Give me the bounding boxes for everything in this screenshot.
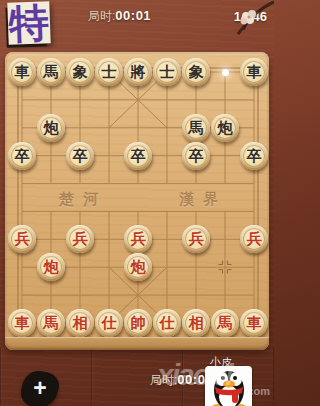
board-piece-black-卒[interactable]: 卒 xyxy=(8,142,36,170)
qq-penguin-icon xyxy=(209,368,249,406)
piece-character: 馬 xyxy=(44,61,59,83)
board-piece-black-士[interactable]: 士 xyxy=(153,58,181,86)
last-move-origin-dot xyxy=(222,69,229,76)
piece-face: 馬 xyxy=(214,312,236,334)
board-piece-red-相[interactable]: 相 xyxy=(66,309,94,337)
piece-face: 象 xyxy=(69,61,91,83)
xiangqi-app: { "game": "xiangqi", "position": { "fen"… xyxy=(0,0,274,406)
piece-character: 炮 xyxy=(44,116,59,138)
piece-character: 相 xyxy=(73,312,88,334)
piece-character: 車 xyxy=(15,312,30,334)
piece-character: 兵 xyxy=(189,228,204,250)
piece-face: 兵 xyxy=(69,228,91,250)
board-piece-red-帥[interactable]: 帥 xyxy=(124,309,152,337)
board-piece-red-仕[interactable]: 仕 xyxy=(95,309,123,337)
piece-character: 相 xyxy=(189,312,204,334)
piece-face: 仕 xyxy=(98,312,120,334)
piece-character: 兵 xyxy=(73,228,88,250)
piece-face: 車 xyxy=(243,61,265,83)
board-grid-lines xyxy=(5,52,269,350)
board-piece-black-卒[interactable]: 卒 xyxy=(240,142,268,170)
piece-character: 卒 xyxy=(15,144,30,166)
board-piece-black-象[interactable]: 象 xyxy=(182,58,210,86)
piece-face: 卒 xyxy=(185,145,207,167)
board-piece-red-車[interactable]: 車 xyxy=(8,309,36,337)
piece-character: 兵 xyxy=(247,228,262,250)
piece-face: 車 xyxy=(11,312,33,334)
piece-character: 馬 xyxy=(44,312,59,334)
opponent-clock-value: 00:01 xyxy=(115,8,151,23)
piece-face: 帥 xyxy=(127,312,149,334)
player-game-clock: 局时:00:06 xyxy=(150,372,213,389)
board-piece-black-馬[interactable]: 馬 xyxy=(37,58,65,86)
piece-face: 士 xyxy=(156,61,178,83)
board-piece-black-炮[interactable]: 炮 xyxy=(211,114,239,142)
board-wood-grain xyxy=(5,52,269,350)
piece-character: 仕 xyxy=(102,312,117,334)
cannon-point-marker xyxy=(217,259,233,275)
board-piece-black-士[interactable]: 士 xyxy=(95,58,123,86)
river-label-han-jie: 漢界 xyxy=(179,190,227,209)
board-piece-black-車[interactable]: 車 xyxy=(240,58,268,86)
rank-badge: 特 xyxy=(7,1,50,44)
piece-character: 卒 xyxy=(189,144,204,166)
board-piece-black-將[interactable]: 將 xyxy=(124,58,152,86)
piece-character: 象 xyxy=(73,61,88,83)
piece-face: 相 xyxy=(69,312,91,334)
piece-character: 車 xyxy=(15,61,30,83)
board-piece-black-馬[interactable]: 馬 xyxy=(182,114,210,142)
board-front-edge xyxy=(5,337,269,350)
player-avatar[interactable] xyxy=(205,366,252,406)
piece-face: 兵 xyxy=(127,228,149,250)
piece-character: 炮 xyxy=(131,256,146,278)
board-piece-red-兵[interactable]: 兵 xyxy=(240,225,268,253)
board-piece-red-仕[interactable]: 仕 xyxy=(153,309,181,337)
piece-character: 車 xyxy=(247,61,262,83)
piece-character: 馬 xyxy=(189,116,204,138)
piece-face: 卒 xyxy=(11,145,33,167)
piece-face: 炮 xyxy=(127,256,149,278)
piece-character: 兵 xyxy=(131,228,146,250)
piece-character: 馬 xyxy=(218,312,233,334)
opponent-game-clock: 局时:00:01 xyxy=(88,8,151,25)
river-label-chu-he: 楚河 xyxy=(59,190,107,209)
piece-face: 象 xyxy=(185,61,207,83)
board-piece-red-馬[interactable]: 馬 xyxy=(37,309,65,337)
board-piece-black-卒[interactable]: 卒 xyxy=(66,142,94,170)
rank-badge-character: 特 xyxy=(8,1,49,44)
board-piece-black-卒[interactable]: 卒 xyxy=(124,142,152,170)
piece-face: 馬 xyxy=(40,312,62,334)
piece-character: 卒 xyxy=(73,144,88,166)
opponent-clock-label: 局时: xyxy=(88,9,115,23)
piece-face: 馬 xyxy=(40,61,62,83)
board-piece-red-兵[interactable]: 兵 xyxy=(66,225,94,253)
board-piece-black-車[interactable]: 車 xyxy=(8,58,36,86)
board-piece-black-象[interactable]: 象 xyxy=(66,58,94,86)
piece-face: 卒 xyxy=(243,145,265,167)
add-button[interactable]: + xyxy=(22,371,58,406)
piece-character: 將 xyxy=(131,61,146,83)
board-piece-red-車[interactable]: 車 xyxy=(240,309,268,337)
piece-character: 車 xyxy=(247,312,262,334)
piece-character: 仕 xyxy=(160,312,175,334)
board-piece-black-卒[interactable]: 卒 xyxy=(182,142,210,170)
piece-face: 車 xyxy=(11,61,33,83)
piece-face: 炮 xyxy=(40,256,62,278)
piece-character: 士 xyxy=(160,61,175,83)
piece-face: 車 xyxy=(243,312,265,334)
piece-character: 士 xyxy=(102,61,117,83)
piece-face: 相 xyxy=(185,312,207,334)
board-piece-red-兵[interactable]: 兵 xyxy=(8,225,36,253)
piece-face: 仕 xyxy=(156,312,178,334)
piece-face: 炮 xyxy=(214,117,236,139)
piece-face: 馬 xyxy=(185,117,207,139)
board-piece-red-兵[interactable]: 兵 xyxy=(182,225,210,253)
xiangqi-board[interactable]: 楚河 漢界 車馬象士將士象車炮馬炮卒卒卒卒卒兵兵兵兵兵炮炮車馬相仕帥仕相馬車 xyxy=(5,52,269,350)
board-piece-red-兵[interactable]: 兵 xyxy=(124,225,152,253)
piece-character: 兵 xyxy=(15,228,30,250)
plus-icon: + xyxy=(33,377,46,400)
piece-character: 象 xyxy=(189,61,204,83)
piece-face: 將 xyxy=(127,61,149,83)
board-piece-red-炮[interactable]: 炮 xyxy=(124,253,152,281)
board-piece-red-炮[interactable]: 炮 xyxy=(37,253,65,281)
board-piece-red-相[interactable]: 相 xyxy=(182,309,210,337)
board-piece-black-炮[interactable]: 炮 xyxy=(37,114,65,142)
system-time: 14:46 xyxy=(234,9,267,24)
piece-character: 帥 xyxy=(131,312,146,334)
piece-character: 卒 xyxy=(247,144,262,166)
piece-character: 炮 xyxy=(218,116,233,138)
piece-face: 卒 xyxy=(69,145,91,167)
player-clock-label: 局时: xyxy=(150,373,177,387)
piece-face: 兵 xyxy=(185,228,207,250)
piece-character: 卒 xyxy=(131,144,146,166)
piece-face: 士 xyxy=(98,61,120,83)
piece-face: 炮 xyxy=(40,117,62,139)
piece-character: 炮 xyxy=(44,256,59,278)
piece-face: 兵 xyxy=(243,228,265,250)
board-piece-red-馬[interactable]: 馬 xyxy=(211,309,239,337)
piece-face: 卒 xyxy=(127,145,149,167)
piece-face: 兵 xyxy=(11,228,33,250)
